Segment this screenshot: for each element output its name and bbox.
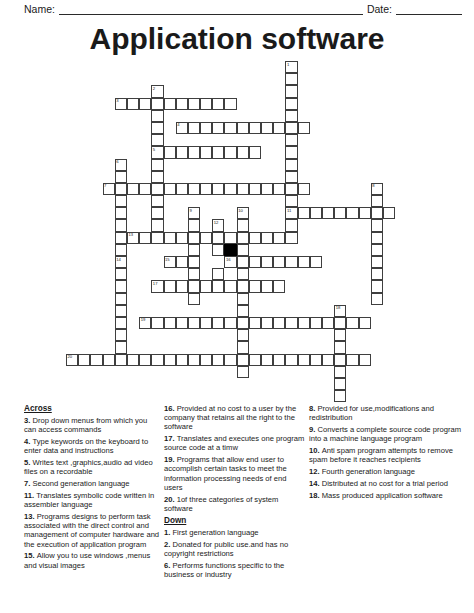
grid-cell[interactable]: 16 [224,256,236,268]
grid-cell[interactable] [285,85,297,97]
cell-number: 14 [116,257,121,262]
grid-cell[interactable]: 2 [151,85,163,97]
grid-cell[interactable] [334,366,346,378]
grid-cell[interactable] [249,183,261,195]
grid-cell[interactable] [322,354,334,366]
grid-cell[interactable] [164,146,176,158]
grid-cell[interactable]: 14 [115,256,127,268]
grid-cell[interactable] [115,171,127,183]
grid-cell[interactable] [176,232,188,244]
cell-number: 15 [165,257,170,262]
grid-cell[interactable] [200,98,212,110]
grid-cell[interactable] [322,317,334,329]
date-blank-line[interactable] [396,3,462,15]
grid-cell[interactable] [188,244,200,256]
grid-cell[interactable] [249,256,261,268]
cell-number: 17 [153,281,158,286]
grid-cell[interactable] [346,207,358,219]
grid-cell[interactable] [188,268,200,280]
grid-cell[interactable] [139,354,151,366]
cell-number: 20 [68,354,73,359]
grid-cell[interactable] [151,317,163,329]
grid-cell[interactable] [188,232,200,244]
clue-18: 18. Mass produced application software [309,491,466,500]
grid-cell[interactable] [371,293,383,305]
grid-cell[interactable] [188,146,200,158]
puzzle-title: Application software [0,22,474,56]
cell-number: 19 [141,317,146,322]
cell-number: 2 [153,86,155,91]
grid-cell[interactable] [212,98,224,110]
grid-cell[interactable] [298,317,310,329]
grid-cell[interactable] [249,232,261,244]
grid-cell[interactable] [261,354,273,366]
grid-cell[interactable] [285,134,297,146]
grid-cell[interactable] [334,207,346,219]
grid-cell[interactable] [298,354,310,366]
grid-cell[interactable] [151,171,163,183]
grid-cell[interactable]: 6 [115,159,127,171]
grid-cell[interactable] [285,195,297,207]
grid-cell[interactable] [224,122,236,134]
grid-cell[interactable] [164,317,176,329]
grid-cell[interactable] [237,146,249,158]
grid-cell[interactable] [237,354,249,366]
grid-cell[interactable] [115,354,127,366]
clue-12: 12. Fourth generation language [309,467,466,476]
grid-cell[interactable] [212,146,224,158]
grid-cell[interactable] [371,256,383,268]
grid-cell[interactable]: 10 [237,207,249,219]
grid-cell[interactable] [237,219,249,231]
grid-cell[interactable] [151,134,163,146]
grid-cell[interactable] [334,378,346,390]
grid-cell[interactable] [285,73,297,85]
grid-cell[interactable] [212,280,224,292]
grid-cell[interactable] [346,317,358,329]
grid-cell[interactable] [371,232,383,244]
grid-cell[interactable] [139,98,151,110]
grid-cell[interactable] [188,219,200,231]
cell-number: 7 [104,183,106,188]
grid-cell[interactable]: 5 [151,146,163,158]
grid-cell[interactable] [285,183,297,195]
cell-number: 13 [128,232,133,237]
grid-cell[interactable] [285,171,297,183]
grid-cell[interactable] [127,98,139,110]
grid-cell[interactable]: 13 [127,232,139,244]
grid-cell[interactable] [200,183,212,195]
grid-cell[interactable] [224,98,236,110]
grid-cell[interactable] [164,232,176,244]
grid-cell[interactable] [176,256,188,268]
clue-column-middle: 16. Provided at no cost to a user by the… [164,404,305,582]
grid-cell[interactable] [285,219,297,231]
grid-cell[interactable]: 7 [103,183,115,195]
grid-cell[interactable] [273,232,285,244]
grid-cell[interactable] [273,183,285,195]
grid-cell[interactable] [237,341,249,353]
grid-cell[interactable]: 19 [139,317,151,329]
grid-cell[interactable] [151,232,163,244]
grid-cell[interactable] [285,317,297,329]
grid-cell[interactable] [273,280,285,292]
grid-cell[interactable] [115,219,127,231]
grid-cell[interactable] [285,159,297,171]
grid-cell[interactable] [127,354,139,366]
grid-cell[interactable] [261,317,273,329]
grid-cell[interactable] [261,122,273,134]
grid-cell[interactable] [237,293,249,305]
grid-cell[interactable]: 20 [66,354,78,366]
grid-cell[interactable] [164,98,176,110]
clue-19: 19. Programs that allow end user to acco… [164,455,305,492]
cell-number: 6 [116,159,118,164]
clue-4: 4. Type keywords on the keyboard to ente… [24,437,161,455]
grid-cell[interactable]: 9 [188,207,200,219]
grid-cell[interactable] [249,317,261,329]
clue-14: 14. Distributed at no cost for a trial p… [309,479,466,488]
grid-cell[interactable] [103,354,115,366]
grid-cell[interactable] [151,110,163,122]
grid-cell[interactable] [115,317,127,329]
grid-cell[interactable] [298,122,310,134]
cell-number: 16 [226,257,231,262]
grid-cell[interactable] [164,183,176,195]
grid-cell[interactable] [371,207,383,219]
grid-cell[interactable] [115,329,127,341]
name-date-bar: Name: Date: [24,3,462,15]
clue-9: 9. Converts a complete source code progr… [309,425,466,443]
grid-cell[interactable] [188,354,200,366]
grid-cell[interactable] [176,354,188,366]
grid-cell[interactable] [237,280,249,292]
clue-column-right: 8. Provided for use,modifications and re… [309,404,466,502]
grid-cell[interactable] [188,280,200,292]
grid-cell[interactable] [273,317,285,329]
clue-3: 3. Drop down menus from which you can ac… [24,416,161,434]
grid-cell[interactable] [334,390,346,402]
grid-cell[interactable] [176,317,188,329]
grid-cell[interactable] [115,268,127,280]
clue-15: 15. Allow you to use windows ,menus and … [24,551,161,569]
across-clues-col2: 16. Provided at no cost to a user by the… [164,404,305,513]
cell-number: 8 [372,183,374,188]
grid-cell[interactable] [237,305,249,317]
grid-cell[interactable] [298,207,310,219]
grid-cell[interactable] [237,256,249,268]
grid-cell[interactable] [115,305,127,317]
grid-cell[interactable] [151,354,163,366]
cell-number: 12 [214,220,219,225]
grid-cell[interactable] [334,317,346,329]
grid-cell[interactable] [151,122,163,134]
grid-cell[interactable]: 11 [285,207,297,219]
cell-number: 3 [116,98,118,103]
cell-number: 9 [189,208,191,213]
grid-cell[interactable] [115,244,127,256]
clue-20: 20. 1of three categories of system softw… [164,495,305,513]
clue-7: 7. Second generation language [24,479,161,488]
grid-cell[interactable] [383,207,395,219]
grid-cell[interactable] [176,98,188,110]
grid-cell[interactable] [285,232,297,244]
grid-cell[interactable] [176,146,188,158]
cell-number: 1 [287,62,289,67]
clue-5: 5. Writes text ,graphics,audio ad video … [24,458,161,476]
grid-cell[interactable] [115,341,127,353]
grid-cell[interactable]: 15 [164,256,176,268]
grid-cell[interactable] [200,317,212,329]
grid-cell[interactable] [115,207,127,219]
clue-17: 17. Translates and executes one program … [164,434,305,452]
grid-cell[interactable] [334,329,346,341]
clue-8: 8. Provided for use,modifications and re… [309,404,466,422]
grid-cell[interactable] [261,280,273,292]
grid-cell[interactable] [371,268,383,280]
grid-cell[interactable] [212,244,224,256]
grid-cell[interactable] [224,354,236,366]
grid-cell[interactable] [176,280,188,292]
grid-cell[interactable] [188,256,200,268]
grid-cell[interactable] [273,354,285,366]
grid-cell[interactable] [334,354,346,366]
cell-number: 11 [287,208,291,213]
grid-cell[interactable] [90,354,102,366]
crossword-grid[interactable]: 1234567891011121314151617181920 [66,61,395,402]
across-header: Across [24,404,161,413]
grid-cell[interactable] [115,183,127,195]
grid-cell[interactable] [139,232,151,244]
black-cell [224,244,236,256]
grid-cell[interactable] [115,280,127,292]
grid-cell[interactable] [261,256,273,268]
grid-cell[interactable] [249,354,261,366]
grid-cell[interactable]: 3 [115,98,127,110]
grid-cell[interactable] [151,207,163,219]
clue-1: 1. First generation language [164,528,305,537]
grid-cell[interactable] [261,232,273,244]
cell-number: 18 [336,305,341,310]
grid-cell[interactable]: 18 [334,305,346,317]
down-clues-col2: 1. First generation language2. Donated f… [164,528,305,579]
across-clues-col1: 3. Drop down menus from which you can ac… [24,416,161,570]
down-clues-col3: 8. Provided for use,modifications and re… [309,404,466,500]
grid-cell[interactable] [212,122,224,134]
grid-cell[interactable] [151,219,163,231]
grid-cell[interactable] [188,183,200,195]
cell-number: 5 [153,147,155,152]
grid-cell[interactable] [224,232,236,244]
clue-6: 6. Performs functions specific to the bu… [164,561,305,579]
grid-cell[interactable] [212,354,224,366]
grid-cell[interactable] [224,280,236,292]
grid-cell[interactable] [212,317,224,329]
grid-cell[interactable] [188,122,200,134]
cell-number: 4 [177,122,179,127]
grid-cell[interactable] [127,183,139,195]
grid-cell[interactable]: 4 [176,122,188,134]
grid-cell[interactable] [285,98,297,110]
grid-cell[interactable] [371,195,383,207]
grid-cell[interactable] [115,195,127,207]
grid-cell[interactable] [200,122,212,134]
grid-cell[interactable] [371,219,383,231]
clue-2: 2. Donated for public use.and has no cop… [164,540,305,558]
grid-cell[interactable] [212,232,224,244]
clue-11: 11. Translates symbolic code written in … [24,491,161,509]
name-label: Name: [24,3,55,15]
grid-cell[interactable] [224,183,236,195]
grid-cell[interactable] [200,232,212,244]
grid-cell[interactable] [261,183,273,195]
grid-cell[interactable] [139,183,151,195]
grid-cell[interactable] [346,354,358,366]
grid-cell[interactable] [285,354,297,366]
grid-cell[interactable] [237,183,249,195]
grid-cell[interactable] [176,183,188,195]
grid-cell[interactable] [273,256,285,268]
grid-cell[interactable] [359,354,371,366]
grid-cell[interactable] [78,354,90,366]
grid-cell[interactable] [237,122,249,134]
clue-10: 10. Anti spam program attempts to remove… [309,446,466,464]
grid-cell[interactable] [200,280,212,292]
grid-cell[interactable]: 17 [151,280,163,292]
grid-cell[interactable] [371,280,383,292]
cell-number: 10 [238,208,243,213]
grid-cell[interactable] [298,256,310,268]
grid-cell[interactable] [310,354,322,366]
name-blank-line[interactable] [59,3,363,15]
grid-cell[interactable] [151,195,163,207]
grid-cell[interactable] [249,280,261,292]
grid-cell[interactable] [188,317,200,329]
grid-cell[interactable] [188,293,200,305]
grid-cell[interactable] [249,122,261,134]
grid-cell[interactable] [200,354,212,366]
grid-cell[interactable]: 8 [371,183,383,195]
date-label: Date: [367,3,392,15]
grid-cell[interactable] [285,146,297,158]
grid-cell[interactable] [310,256,322,268]
grid-cell[interactable] [237,317,249,329]
grid-cell[interactable] [310,317,322,329]
grid-cell[interactable] [200,146,212,158]
grid-cell[interactable] [212,268,224,280]
grid-cell[interactable] [237,244,249,256]
grid-cell[interactable] [298,183,310,195]
grid-cell[interactable] [285,110,297,122]
grid-cell[interactable] [359,317,371,329]
grid-cell[interactable] [273,122,285,134]
clue-13: 13. Programs designs to perform task ass… [24,512,161,549]
grid-cell[interactable] [237,329,249,341]
grid-cell[interactable] [237,268,249,280]
grid-cell[interactable] [322,207,334,219]
grid-cell[interactable] [188,98,200,110]
grid-cell[interactable] [115,293,127,305]
grid-cell[interactable] [371,244,383,256]
grid-cell[interactable] [310,207,322,219]
grid-cell[interactable] [151,183,163,195]
grid-cell[interactable] [334,341,346,353]
grid-cell[interactable] [212,183,224,195]
clue-16: 16. Provided at no cost to a user by the… [164,404,305,432]
grid-cell[interactable] [237,366,249,378]
grid-cell[interactable] [224,146,236,158]
clue-column-left: Across 3. Drop down menus from which you… [24,404,161,572]
down-header: Down [164,516,305,525]
grid-cell[interactable] [151,159,163,171]
grid-cell[interactable] [151,98,163,110]
grid-cell[interactable] [249,146,261,158]
grid-cell[interactable] [164,280,176,292]
grid-cell[interactable]: 12 [212,219,224,231]
grid-cell[interactable] [237,232,249,244]
grid-cell[interactable] [164,354,176,366]
grid-cell[interactable] [115,232,127,244]
grid-cell[interactable] [359,207,371,219]
grid-cell[interactable] [224,317,236,329]
grid-cell[interactable] [285,122,297,134]
grid-cell[interactable] [285,256,297,268]
grid-cell[interactable]: 1 [285,61,297,73]
